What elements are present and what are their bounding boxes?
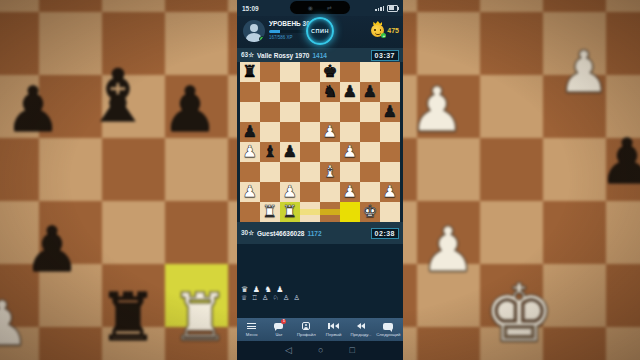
opponent-rating: 1414 bbox=[312, 52, 326, 59]
square-a3[interactable] bbox=[240, 162, 260, 182]
square-e6[interactable] bbox=[320, 102, 340, 122]
square-d5[interactable] bbox=[300, 122, 320, 142]
bg-square bbox=[480, 75, 543, 138]
square-d1[interactable] bbox=[300, 202, 320, 222]
bg-square bbox=[543, 201, 606, 264]
android-nav-bar: ◁ ○ □ bbox=[237, 341, 403, 360]
online-status-dot bbox=[259, 36, 265, 42]
bg-square bbox=[606, 264, 640, 327]
bg-square bbox=[0, 138, 39, 201]
nav-menu[interactable]: Меню bbox=[239, 322, 265, 337]
piece-white-pawn: ♟ bbox=[383, 184, 398, 201]
nav-chat[interactable]: 1 Чат bbox=[266, 322, 292, 337]
square-d4[interactable] bbox=[300, 142, 320, 162]
bg-square bbox=[543, 138, 606, 201]
bg-square bbox=[480, 201, 543, 264]
square-f8[interactable] bbox=[340, 62, 360, 82]
piece-black-pawn: ♟ bbox=[383, 104, 398, 121]
square-c5[interactable] bbox=[280, 122, 300, 142]
square-d2[interactable] bbox=[300, 182, 320, 202]
lower-panel: ♛ ♟ ♞ ♟ ♕ ♖ ♙ ♘ ♙ ♙ bbox=[237, 244, 403, 318]
square-b6[interactable] bbox=[260, 102, 280, 122]
square-g8[interactable] bbox=[360, 62, 380, 82]
bg-square bbox=[39, 327, 102, 360]
xp-text: 167/586 XP bbox=[269, 35, 293, 40]
square-a6[interactable] bbox=[240, 102, 260, 122]
bg-square bbox=[417, 138, 480, 201]
square-g7[interactable]: ♟ bbox=[360, 82, 380, 102]
square-f5[interactable] bbox=[340, 122, 360, 142]
piece-white-pawn: ♟ bbox=[323, 124, 338, 141]
bg-piece-black-pawn: ♟ bbox=[162, 79, 218, 141]
square-a7[interactable] bbox=[240, 82, 260, 102]
piece-white-pawn: ♟ bbox=[283, 184, 298, 201]
chat-badge: 1 bbox=[281, 319, 286, 324]
square-h8[interactable] bbox=[380, 62, 400, 82]
square-c6[interactable] bbox=[280, 102, 300, 122]
square-g1[interactable]: ♚ bbox=[360, 202, 380, 222]
square-g6[interactable] bbox=[360, 102, 380, 122]
square-e2[interactable] bbox=[320, 182, 340, 202]
coin-count: 475 bbox=[387, 27, 399, 34]
piece-black-king: ♚ bbox=[323, 64, 338, 81]
piece-black-pawn: ♟ bbox=[283, 144, 298, 161]
bg-square bbox=[480, 138, 543, 201]
crown-emoji-icon: + bbox=[371, 24, 384, 37]
screenshot-stage: ♟♝♟♟♜♜♟♟♟♟♟♚ 15:09 ◉ ⇄ УРОВЕНЬ 30☆ 167/5… bbox=[0, 0, 640, 360]
square-c7[interactable] bbox=[280, 82, 300, 102]
bg-square bbox=[543, 0, 606, 12]
bottom-nav: Меню 1 Чат Профайл Первый Предыду... bbox=[237, 318, 403, 341]
menu-icon bbox=[247, 323, 256, 329]
square-c3[interactable] bbox=[280, 162, 300, 182]
square-a5[interactable]: ♟ bbox=[240, 122, 260, 142]
bg-square bbox=[39, 0, 102, 12]
speaker-icon: ⇄ bbox=[327, 5, 332, 11]
square-c1[interactable]: ♜ bbox=[280, 202, 300, 222]
bg-piece-black-rook: ♜ bbox=[98, 285, 157, 351]
square-e3[interactable]: ♝ bbox=[320, 162, 340, 182]
bg-square bbox=[0, 0, 39, 12]
square-h6[interactable]: ♟ bbox=[380, 102, 400, 122]
player-name: Guest46636028 bbox=[257, 230, 304, 237]
first-move-icon bbox=[328, 323, 339, 329]
square-h4[interactable] bbox=[380, 142, 400, 162]
square-g5[interactable] bbox=[360, 122, 380, 142]
square-b4[interactable]: ♝ bbox=[260, 142, 280, 162]
bg-square bbox=[0, 12, 39, 75]
square-d3[interactable] bbox=[300, 162, 320, 182]
bg-square bbox=[480, 0, 543, 12]
square-f2[interactable]: ♟ bbox=[340, 182, 360, 202]
captured-row-bottom: ♕ ♖ ♙ ♘ ♙ ♙ bbox=[241, 295, 301, 303]
piece-black-pawn: ♟ bbox=[363, 84, 378, 101]
status-bar: 15:09 ◉ ⇄ bbox=[237, 0, 403, 16]
battery-icon bbox=[387, 5, 398, 12]
coin-group[interactable]: + 475 bbox=[371, 24, 399, 37]
bg-piece-white-king: ♚ bbox=[483, 274, 555, 354]
bg-square bbox=[417, 12, 480, 75]
bg-piece-white-pawn: ♟ bbox=[0, 293, 30, 355]
square-g4[interactable] bbox=[360, 142, 380, 162]
bg-square bbox=[165, 12, 228, 75]
square-d8[interactable] bbox=[300, 62, 320, 82]
camera-icon: ◉ bbox=[308, 5, 313, 11]
bg-square bbox=[39, 138, 102, 201]
previous-move-icon bbox=[357, 323, 366, 329]
opponent-bar: 63☆ Valle Rossy 1970 1414 03:37 bbox=[237, 48, 403, 62]
avatar-head bbox=[250, 24, 258, 32]
square-b8[interactable] bbox=[260, 62, 280, 82]
square-h5[interactable] bbox=[380, 122, 400, 142]
square-b5[interactable] bbox=[260, 122, 280, 142]
piece-white-pawn: ♟ bbox=[243, 184, 258, 201]
clock-time: 15:09 bbox=[242, 5, 259, 12]
bg-square bbox=[102, 0, 165, 12]
app-header: УРОВЕНЬ 30☆ 167/586 XP СПИН + 475 bbox=[237, 16, 403, 48]
piece-black-bishop: ♝ bbox=[263, 144, 278, 161]
chat-icon bbox=[274, 323, 283, 329]
square-h7[interactable] bbox=[380, 82, 400, 102]
piece-black-rook: ♜ bbox=[243, 64, 258, 81]
avatar[interactable] bbox=[243, 20, 265, 42]
square-c2[interactable]: ♟ bbox=[280, 182, 300, 202]
piece-white-pawn: ♟ bbox=[243, 144, 258, 161]
spin-label: СПИН bbox=[311, 28, 329, 34]
bg-piece-white-rook: ♜ bbox=[170, 285, 229, 351]
piece-white-pawn: ♟ bbox=[343, 184, 358, 201]
player-bar: 30☆ Guest46636028 1172 02:38 bbox=[237, 222, 403, 244]
square-f1[interactable] bbox=[340, 202, 360, 222]
bg-piece-white-pawn: ♟ bbox=[558, 43, 610, 101]
square-d6[interactable] bbox=[300, 102, 320, 122]
bg-square bbox=[417, 0, 480, 12]
square-h2[interactable]: ♟ bbox=[380, 182, 400, 202]
player-clock: 02:38 bbox=[371, 228, 399, 239]
bg-square bbox=[165, 138, 228, 201]
bg-square bbox=[417, 327, 480, 360]
square-f6[interactable] bbox=[340, 102, 360, 122]
piece-black-pawn: ♟ bbox=[243, 124, 258, 141]
square-b3[interactable] bbox=[260, 162, 280, 182]
piece-white-pawn: ♟ bbox=[343, 144, 358, 161]
bg-square bbox=[606, 0, 640, 12]
square-g3[interactable] bbox=[360, 162, 380, 182]
square-a1[interactable] bbox=[240, 202, 260, 222]
captured-pieces-tray: ♛ ♟ ♞ ♟ ♕ ♖ ♙ ♘ ♙ ♙ bbox=[241, 286, 301, 302]
board-wrap: ♜♚♞♟♟♟♟♟♟♝♟♟♝♟♟♟♟♜♜♚ bbox=[237, 62, 403, 222]
spin-button[interactable]: СПИН bbox=[306, 17, 334, 45]
player-rating: 1172 bbox=[307, 230, 321, 237]
bg-square bbox=[165, 201, 228, 264]
bg-piece-black-pawn: ♟ bbox=[5, 79, 61, 141]
square-e4[interactable] bbox=[320, 142, 340, 162]
player-title: 30☆ bbox=[241, 229, 254, 237]
square-c4[interactable]: ♟ bbox=[280, 142, 300, 162]
piece-black-knight: ♞ bbox=[323, 84, 338, 101]
piece-white-rook: ♜ bbox=[263, 204, 278, 221]
square-a4[interactable]: ♟ bbox=[240, 142, 260, 162]
bg-square bbox=[102, 201, 165, 264]
square-f7[interactable]: ♟ bbox=[340, 82, 360, 102]
square-a8[interactable]: ♜ bbox=[240, 62, 260, 82]
chess-board: ♜♚♞♟♟♟♟♟♟♝♟♟♝♟♟♟♟♜♜♚ bbox=[240, 62, 400, 222]
piece-white-king: ♚ bbox=[363, 204, 378, 221]
bg-square bbox=[165, 0, 228, 12]
bg-piece-white-pawn: ♟ bbox=[409, 79, 465, 141]
bg-square bbox=[480, 12, 543, 75]
nav-first-move[interactable]: Первый bbox=[321, 322, 347, 337]
opponent-clock: 03:37 bbox=[371, 50, 399, 61]
square-g2[interactable] bbox=[360, 182, 380, 202]
bg-square bbox=[606, 327, 640, 360]
nav-previous-move[interactable]: Предыду... bbox=[348, 322, 374, 337]
bg-piece-black-bishop: ♝ bbox=[86, 60, 151, 132]
nav-next-move[interactable]: Следующий bbox=[375, 322, 401, 337]
profile-icon bbox=[302, 322, 310, 330]
square-d7[interactable] bbox=[300, 82, 320, 102]
bg-square bbox=[606, 201, 640, 264]
square-a2[interactable]: ♟ bbox=[240, 182, 260, 202]
notch: ◉ ⇄ bbox=[290, 1, 350, 14]
phone-screen: 15:09 ◉ ⇄ УРОВЕНЬ 30☆ 167/586 XP СПИН bbox=[237, 0, 403, 360]
square-f4[interactable]: ♟ bbox=[340, 142, 360, 162]
plus-badge: + bbox=[381, 33, 386, 38]
square-h1[interactable] bbox=[380, 202, 400, 222]
opponent-title: 63☆ bbox=[241, 51, 254, 59]
status-icons bbox=[375, 5, 398, 12]
bg-piece-white-pawn: ♟ bbox=[420, 219, 476, 281]
piece-white-bishop: ♝ bbox=[323, 164, 338, 181]
signal-icon bbox=[375, 6, 384, 11]
android-home-button[interactable]: ○ bbox=[318, 346, 323, 355]
square-b2[interactable] bbox=[260, 182, 280, 202]
square-b1[interactable]: ♜ bbox=[260, 202, 280, 222]
square-h3[interactable] bbox=[380, 162, 400, 182]
nav-profile[interactable]: Профайл bbox=[293, 322, 319, 337]
android-recents-button[interactable]: □ bbox=[349, 346, 354, 355]
bg-piece-black-pawn: ♟ bbox=[24, 219, 80, 281]
bg-square bbox=[102, 138, 165, 201]
opponent-name: Valle Rossy 1970 bbox=[257, 52, 309, 59]
piece-white-rook: ♜ bbox=[283, 204, 298, 221]
bg-square bbox=[606, 12, 640, 75]
square-e5[interactable]: ♟ bbox=[320, 122, 340, 142]
square-b7[interactable] bbox=[260, 82, 280, 102]
bg-piece-black-pawn: ♟ bbox=[599, 131, 640, 193]
piece-black-pawn: ♟ bbox=[343, 84, 358, 101]
square-c8[interactable] bbox=[280, 62, 300, 82]
square-f3[interactable] bbox=[340, 162, 360, 182]
square-e1[interactable] bbox=[320, 202, 340, 222]
square-e7[interactable]: ♞ bbox=[320, 82, 340, 102]
square-e8[interactable]: ♚ bbox=[320, 62, 340, 82]
xp-progress-bar bbox=[269, 30, 309, 33]
android-back-button[interactable]: ◁ bbox=[285, 346, 292, 355]
next-move-icon bbox=[383, 323, 393, 330]
